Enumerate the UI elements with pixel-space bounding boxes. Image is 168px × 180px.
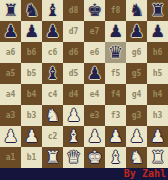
square-a1[interactable]: a1 [0, 147, 21, 168]
square-a4[interactable]: a4 [0, 84, 21, 105]
square-label: b4 [27, 91, 37, 99]
square-g2[interactable]: ♟ [126, 126, 147, 147]
square-f4[interactable]: f4 [105, 84, 126, 105]
white-bishop-icon: ♝ [108, 147, 123, 168]
black-king-icon: ♚ [87, 0, 102, 21]
square-f3[interactable]: f3 [105, 105, 126, 126]
square-label: f4 [111, 91, 121, 99]
square-label: a5 [6, 70, 16, 78]
square-a5[interactable]: a5 [0, 63, 21, 84]
black-pawn-icon: ♟ [150, 21, 165, 42]
square-label: d4 [69, 91, 79, 99]
square-d2[interactable]: ♝ [63, 126, 84, 147]
square-label: b1 [27, 154, 37, 162]
black-pawn-icon: ♟ [24, 21, 39, 42]
white-pawn-icon: ♟ [129, 126, 144, 147]
square-label: f5 [111, 70, 121, 78]
black-pawn-icon: ♟ [129, 21, 144, 42]
square-label: h4 [153, 91, 163, 99]
square-c5[interactable]: ♝ [42, 63, 63, 84]
square-label: e6 [90, 49, 100, 57]
white-pawn-icon: ♟ [24, 126, 39, 147]
square-label: a1 [6, 154, 16, 162]
square-label: h5 [153, 70, 163, 78]
square-b8[interactable]: ♞ [21, 0, 42, 21]
square-label: f3 [111, 112, 121, 120]
square-e6[interactable]: e6 [84, 42, 105, 63]
square-d6[interactable]: d6 [63, 42, 84, 63]
square-h3[interactable]: h3 [147, 105, 168, 126]
square-e8[interactable]: ♚ [84, 0, 105, 21]
square-b1[interactable]: b1 [21, 147, 42, 168]
square-e5[interactable]: ♟ [84, 63, 105, 84]
square-f6[interactable]: ♛ [105, 42, 126, 63]
black-pawn-icon: ♟ [108, 21, 123, 42]
square-d3[interactable]: ♟ [63, 105, 84, 126]
square-f8[interactable]: f8 [105, 0, 126, 21]
black-pawn-icon: ♟ [45, 21, 60, 42]
square-label: b5 [27, 70, 37, 78]
credit-text: By Zahl [124, 168, 166, 180]
square-label: a4 [6, 91, 16, 99]
square-d7[interactable]: d7 [63, 21, 84, 42]
square-g5[interactable]: g5 [126, 63, 147, 84]
black-knight-icon: ♞ [129, 0, 144, 21]
black-rook-icon: ♜ [150, 0, 165, 21]
footer-bar: By Zahl [0, 168, 168, 180]
square-f2[interactable]: ♟ [105, 126, 126, 147]
square-f1[interactable]: ♝ [105, 147, 126, 168]
square-h6[interactable]: h6 [147, 42, 168, 63]
square-d4[interactable]: d4 [63, 84, 84, 105]
square-c8[interactable]: ♝ [42, 0, 63, 21]
white-rook-icon: ♜ [45, 147, 60, 168]
white-pawn-icon: ♟ [108, 126, 123, 147]
square-e3[interactable]: e3 [84, 105, 105, 126]
square-label: e3 [90, 112, 100, 120]
square-h4[interactable]: h4 [147, 84, 168, 105]
black-rook-icon: ♜ [3, 0, 18, 21]
square-e2[interactable]: ♟ [84, 126, 105, 147]
square-h2[interactable]: ♟ [147, 126, 168, 147]
square-b7[interactable]: ♟ [21, 21, 42, 42]
square-label: g3 [132, 112, 142, 120]
square-label: g4 [132, 91, 142, 99]
square-d5[interactable]: d5 [63, 63, 84, 84]
black-pawn-icon: ♟ [3, 21, 18, 42]
white-rook-icon: ♜ [150, 147, 165, 168]
square-label: a6 [6, 49, 16, 57]
square-label: d5 [69, 70, 79, 78]
square-label: f8 [111, 7, 121, 15]
square-h5[interactable]: h5 [147, 63, 168, 84]
square-a7[interactable]: ♟ [0, 21, 21, 42]
square-label: g6 [132, 49, 142, 57]
square-f5[interactable]: f5 [105, 63, 126, 84]
square-e1[interactable]: ♚ [84, 147, 105, 168]
square-label: d8 [69, 7, 79, 15]
square-b6[interactable]: b6 [21, 42, 42, 63]
square-label: c2 [48, 133, 58, 141]
black-queen-icon: ♛ [108, 42, 123, 63]
square-b4[interactable]: b4 [21, 84, 42, 105]
square-g7[interactable]: ♟ [126, 21, 147, 42]
black-pawn-icon: ♟ [87, 63, 102, 84]
square-a3[interactable]: a3 [0, 105, 21, 126]
white-king-icon: ♚ [87, 147, 102, 168]
black-knight-icon: ♞ [24, 0, 39, 21]
square-a6[interactable]: a6 [0, 42, 21, 63]
square-g3[interactable]: g3 [126, 105, 147, 126]
square-b5[interactable]: b5 [21, 63, 42, 84]
square-c6[interactable]: c6 [42, 42, 63, 63]
square-d8[interactable]: d8 [63, 0, 84, 21]
white-knight-icon: ♞ [45, 105, 60, 126]
square-c2[interactable]: c2 [42, 126, 63, 147]
square-a2[interactable]: ♟ [0, 126, 21, 147]
square-e7[interactable]: e7 [84, 21, 105, 42]
square-b2[interactable]: ♟ [21, 126, 42, 147]
square-label: c6 [48, 49, 58, 57]
square-label: d6 [69, 49, 79, 57]
square-g8[interactable]: ♞ [126, 0, 147, 21]
white-pawn-icon: ♟ [3, 126, 18, 147]
chess-board: ♜♞♝d8♚f8♞♜♟♟♟d7e7♟♟♟a6b6c6d6e6♛g6h6a5b5♝… [0, 0, 168, 168]
white-pawn-icon: ♟ [87, 126, 102, 147]
square-label: d7 [69, 28, 79, 36]
square-h7[interactable]: ♟ [147, 21, 168, 42]
white-knight-icon: ♞ [129, 147, 144, 168]
square-label: h6 [153, 49, 163, 57]
square-b3[interactable]: b3 [21, 105, 42, 126]
square-a8[interactable]: ♜ [0, 0, 21, 21]
square-label: b3 [27, 112, 37, 120]
white-pawn-icon: ♟ [150, 126, 165, 147]
square-label: b6 [27, 49, 37, 57]
square-label: e7 [90, 28, 100, 36]
square-d1[interactable]: ♛ [63, 147, 84, 168]
square-h8[interactable]: ♜ [147, 0, 168, 21]
square-g6[interactable]: g6 [126, 42, 147, 63]
black-bishop-icon: ♝ [45, 0, 60, 21]
square-f7[interactable]: ♟ [105, 21, 126, 42]
square-c3[interactable]: ♞ [42, 105, 63, 126]
black-bishop-icon: ♝ [45, 63, 60, 84]
square-label: e4 [90, 91, 100, 99]
white-bishop-icon: ♝ [66, 126, 81, 147]
square-g4[interactable]: g4 [126, 84, 147, 105]
square-c4[interactable]: c4 [42, 84, 63, 105]
square-label: h3 [153, 112, 163, 120]
white-pawn-icon: ♟ [66, 105, 81, 126]
square-label: a3 [6, 112, 16, 120]
white-queen-icon: ♛ [66, 147, 81, 168]
square-label: c4 [48, 91, 58, 99]
square-c7[interactable]: ♟ [42, 21, 63, 42]
square-label: g5 [132, 70, 142, 78]
square-e4[interactable]: e4 [84, 84, 105, 105]
square-g1[interactable]: ♞ [126, 147, 147, 168]
square-c1[interactable]: ♜ [42, 147, 63, 168]
square-h1[interactable]: ♜ [147, 147, 168, 168]
